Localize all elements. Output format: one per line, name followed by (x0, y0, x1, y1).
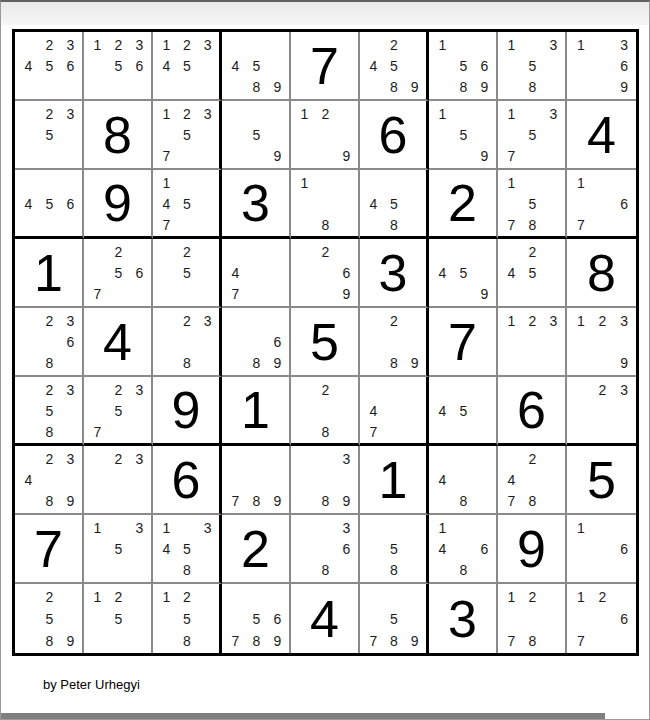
candidate-grid: 789 (222, 446, 289, 513)
candidate-slot (108, 284, 129, 305)
cell-r8c8[interactable]: 9 (498, 515, 567, 584)
cell-r8c3[interactable]: 13458 (153, 515, 222, 584)
cell-r9c4[interactable]: 56789 (222, 584, 291, 653)
cell-r3c4[interactable]: 3 (222, 170, 291, 239)
candidate-digit: 6 (474, 55, 495, 76)
candidate-slot (432, 560, 453, 581)
cell-r3c6[interactable]: 458 (360, 170, 429, 239)
cell-r9c1[interactable]: 2589 (15, 584, 84, 653)
cell-r7c2[interactable]: 23 (84, 446, 153, 515)
candidate-digit: 6 (336, 262, 357, 283)
cell-r2c9[interactable]: 4 (567, 101, 636, 170)
candidate-slot (18, 172, 39, 193)
candidate-slot (543, 172, 564, 193)
candidate-digit: 8 (453, 560, 474, 581)
candidate-digit: 3 (60, 379, 81, 400)
candidate-slot (177, 172, 198, 193)
candidate-slot (592, 172, 614, 193)
cell-r5c8[interactable]: 123 (498, 308, 567, 377)
candidate-slot (404, 214, 425, 235)
cell-r5c1[interactable]: 2368 (15, 308, 84, 377)
candidate-digit: 8 (522, 77, 543, 98)
cell-r2c4[interactable]: 59 (222, 101, 291, 170)
candidate-slot (129, 586, 150, 608)
candidate-digit: 8 (384, 214, 405, 235)
puzzle-page: 2345612356123454589724589156891358136923… (0, 0, 650, 720)
candidate-digit: 8 (246, 630, 267, 652)
candidate-slot (522, 103, 543, 124)
candidate-slot (336, 214, 357, 235)
candidate-slot (197, 560, 218, 581)
candidate-slot (543, 124, 564, 145)
cell-r8c6[interactable]: 58 (360, 515, 429, 584)
candidate-digit: 1 (87, 586, 108, 608)
candidate-slot (294, 400, 315, 421)
cell-r4c2[interactable]: 2567 (84, 239, 153, 308)
cell-r1c9[interactable]: 1369 (567, 32, 636, 101)
sudoku-board: 2345612356123454589724589156891358136923… (12, 29, 639, 656)
cell-r5c4[interactable]: 689 (222, 308, 291, 377)
cell-r8c5[interactable]: 368 (291, 515, 360, 584)
candidate-slot (592, 34, 614, 55)
candidate-slot (592, 400, 614, 421)
cell-r4c3[interactable]: 25 (153, 239, 222, 308)
candidate-grid: 16 (567, 515, 636, 582)
candidate-digit: 1 (156, 586, 177, 608)
candidate-digit: 6 (129, 55, 150, 76)
candidate-digit: 9 (404, 353, 425, 374)
candidate-slot (384, 331, 405, 352)
candidate-digit: 1 (87, 34, 108, 55)
candidate-slot (592, 608, 614, 630)
candidate-slot (294, 214, 315, 235)
cell-r6c4[interactable]: 1 (222, 377, 291, 446)
candidate-slot (570, 400, 592, 421)
candidate-slot (18, 103, 39, 124)
cell-r3c5[interactable]: 18 (291, 170, 360, 239)
candidate-slot (177, 284, 198, 305)
candidate-digit: 5 (384, 55, 405, 76)
cell-r2c2[interactable]: 8 (84, 101, 153, 170)
candidate-slot (570, 353, 592, 374)
candidate-slot (60, 146, 81, 167)
cell-r9c2[interactable]: 125 (84, 584, 153, 653)
cell-r1c2[interactable]: 12356 (84, 32, 153, 101)
cell-r5c9[interactable]: 1239 (567, 308, 636, 377)
candidate-slot (453, 284, 474, 305)
candidate-digit: 5 (39, 608, 60, 630)
candidate-slot (543, 448, 564, 469)
candidate-slot (246, 146, 267, 167)
cell-r7c3[interactable]: 6 (153, 446, 222, 515)
bottom-bar (1, 713, 605, 719)
candidate-slot (543, 331, 564, 352)
candidate-digit: 5 (39, 400, 60, 421)
candidate-grid: 23 (567, 377, 636, 443)
cell-r6c2[interactable]: 2357 (84, 377, 153, 446)
candidate-slot (156, 241, 177, 262)
candidate-slot (225, 103, 246, 124)
cell-r3c1[interactable]: 456 (15, 170, 84, 239)
candidate-slot (315, 400, 336, 421)
candidate-slot (384, 421, 405, 442)
candidate-digit: 8 (177, 353, 198, 374)
candidate-digit: 8 (246, 353, 267, 374)
candidate-slot (225, 77, 246, 98)
candidate-digit: 3 (197, 310, 218, 331)
candidate-slot (197, 262, 218, 283)
candidate-slot (18, 586, 39, 608)
candidate-slot (432, 284, 453, 305)
candidate-slot (543, 284, 564, 305)
candidate-slot (336, 379, 357, 400)
candidate-slot (87, 262, 108, 283)
candidate-digit: 2 (39, 34, 60, 55)
candidate-slot (336, 172, 357, 193)
candidate-slot (432, 55, 453, 76)
cell-r4c7[interactable]: 459 (429, 239, 498, 308)
cell-r8c7[interactable]: 1468 (429, 515, 498, 584)
candidate-digit: 6 (613, 538, 635, 559)
candidate-grid: 2357 (84, 377, 151, 443)
candidate-slot (315, 517, 336, 538)
candidate-slot (543, 77, 564, 98)
candidate-slot (18, 124, 39, 145)
candidate-slot (592, 421, 614, 442)
cell-value: 9 (153, 377, 219, 443)
candidate-slot (294, 491, 315, 512)
candidate-grid: 56789 (222, 584, 289, 653)
candidate-slot (592, 193, 614, 214)
candidate-digit: 4 (225, 262, 246, 283)
candidate-slot (363, 214, 384, 235)
candidate-digit: 1 (156, 517, 177, 538)
candidate-digit: 3 (613, 310, 635, 331)
cell-r7c4[interactable]: 789 (222, 446, 291, 515)
cell-r9c8[interactable]: 1278 (498, 584, 567, 653)
candidate-grid: 18 (291, 170, 358, 236)
candidate-slot (197, 193, 218, 214)
candidate-slot (108, 421, 129, 442)
candidate-digit: 8 (39, 491, 60, 512)
candidate-slot (267, 241, 288, 262)
cell-r9c6[interactable]: 5789 (360, 584, 429, 653)
candidate-slot (225, 146, 246, 167)
candidate-digit: 9 (336, 146, 357, 167)
candidate-grid: 238 (153, 308, 219, 375)
candidate-slot (129, 77, 150, 98)
cell-r2c3[interactable]: 12357 (153, 101, 222, 170)
candidate-digit: 2 (39, 310, 60, 331)
candidate-slot (613, 214, 635, 235)
cell-r1c8[interactable]: 1358 (498, 32, 567, 101)
candidate-slot (60, 214, 81, 235)
candidate-slot (592, 353, 614, 374)
candidate-grid: 1258 (153, 584, 219, 653)
candidate-digit: 7 (501, 214, 522, 235)
candidate-digit: 2 (592, 586, 614, 608)
cell-value: 4 (84, 308, 151, 375)
candidate-slot (570, 608, 592, 630)
cell-r2c8[interactable]: 1357 (498, 101, 567, 170)
candidate-slot (363, 331, 384, 352)
cell-r1c4[interactable]: 4589 (222, 32, 291, 101)
cell-r4c9[interactable]: 8 (567, 239, 636, 308)
cell-r3c3[interactable]: 1457 (153, 170, 222, 239)
candidate-slot (197, 124, 218, 145)
cell-r3c7[interactable]: 2 (429, 170, 498, 239)
cell-r3c8[interactable]: 1578 (498, 170, 567, 239)
candidate-slot (315, 193, 336, 214)
candidate-digit: 1 (570, 172, 592, 193)
candidate-slot (197, 241, 218, 262)
candidate-slot (404, 421, 425, 442)
candidate-slot (543, 55, 564, 76)
candidate-slot (453, 103, 474, 124)
candidate-digit: 8 (522, 214, 543, 235)
candidate-digit: 2 (315, 241, 336, 262)
cell-r1c7[interactable]: 15689 (429, 32, 498, 101)
candidate-digit: 2 (108, 34, 129, 55)
candidate-slot (432, 379, 453, 400)
candidate-slot (225, 124, 246, 145)
candidate-grid: 23456 (15, 32, 82, 99)
candidate-digit: 4 (18, 469, 39, 490)
candidate-digit: 9 (336, 491, 357, 512)
candidate-slot (156, 560, 177, 581)
candidate-digit: 8 (39, 421, 60, 442)
candidate-slot (404, 331, 425, 352)
candidate-digit: 2 (177, 310, 198, 331)
cell-r6c3[interactable]: 9 (153, 377, 222, 446)
candidate-digit: 5 (177, 262, 198, 283)
cell-r4c4[interactable]: 47 (222, 239, 291, 308)
candidate-slot (18, 379, 39, 400)
cell-r7c8[interactable]: 2478 (498, 446, 567, 515)
cell-value: 5 (291, 308, 358, 375)
candidate-grid: 389 (291, 446, 358, 513)
candidate-slot (129, 469, 150, 490)
candidate-slot (363, 379, 384, 400)
cell-r5c7[interactable]: 7 (429, 308, 498, 377)
candidate-grid: 125 (84, 584, 151, 653)
cell-r5c3[interactable]: 238 (153, 308, 222, 377)
candidate-slot (246, 310, 267, 331)
candidate-slot (246, 284, 267, 305)
candidate-slot (613, 421, 635, 442)
candidate-grid: 23489 (15, 446, 82, 513)
candidate-digit: 3 (613, 34, 635, 55)
candidate-digit: 2 (108, 379, 129, 400)
candidate-slot (197, 55, 218, 76)
top-bar (1, 2, 649, 25)
candidate-slot (108, 469, 129, 490)
cell-r2c5[interactable]: 129 (291, 101, 360, 170)
candidate-slot (177, 331, 198, 352)
candidate-digit: 9 (474, 146, 495, 167)
candidate-digit: 5 (108, 262, 129, 283)
candidate-slot (336, 193, 357, 214)
cell-value: 5 (567, 446, 636, 513)
candidate-slot (570, 560, 592, 581)
cell-r6c8[interactable]: 6 (498, 377, 567, 446)
candidate-slot (432, 124, 453, 145)
cell-r1c1[interactable]: 23456 (15, 32, 84, 101)
cell-r4c1[interactable]: 1 (15, 239, 84, 308)
candidate-slot (267, 284, 288, 305)
candidate-slot (294, 421, 315, 442)
cell-r6c9[interactable]: 23 (567, 377, 636, 446)
candidate-digit: 9 (613, 353, 635, 374)
cell-r2c1[interactable]: 235 (15, 101, 84, 170)
cell-r4c6[interactable]: 3 (360, 239, 429, 308)
candidate-slot (501, 608, 522, 630)
candidate-digit: 1 (294, 103, 315, 124)
candidate-slot (156, 284, 177, 305)
candidate-digit: 2 (177, 586, 198, 608)
cell-r1c5[interactable]: 7 (291, 32, 360, 101)
cell-r5c5[interactable]: 5 (291, 308, 360, 377)
candidate-slot (156, 310, 177, 331)
cell-r3c2[interactable]: 9 (84, 170, 153, 239)
candidate-grid: 2368 (15, 308, 82, 375)
candidate-digit: 1 (501, 172, 522, 193)
candidate-slot (60, 421, 81, 442)
cell-r7c6[interactable]: 1 (360, 446, 429, 515)
candidate-slot (294, 517, 315, 538)
candidate-slot (432, 448, 453, 469)
candidate-digit: 2 (39, 103, 60, 124)
candidate-digit: 4 (432, 262, 453, 283)
cell-r8c9[interactable]: 16 (567, 515, 636, 584)
candidate-slot (474, 262, 495, 283)
cell-r7c5[interactable]: 389 (291, 446, 360, 515)
candidate-digit: 5 (384, 608, 405, 630)
candidate-digit: 9 (336, 284, 357, 305)
cell-r6c7[interactable]: 45 (429, 377, 498, 446)
candidate-digit: 8 (384, 353, 405, 374)
candidate-digit: 4 (363, 193, 384, 214)
candidate-slot (543, 146, 564, 167)
candidate-slot (592, 538, 614, 559)
cell-r2c7[interactable]: 159 (429, 101, 498, 170)
candidate-slot (156, 353, 177, 374)
candidate-grid: 123 (498, 308, 565, 375)
candidate-slot (177, 77, 198, 98)
candidate-grid: 45 (429, 377, 496, 443)
candidate-slot (522, 284, 543, 305)
candidate-digit: 2 (522, 241, 543, 262)
candidate-digit: 3 (543, 310, 564, 331)
candidate-slot (197, 331, 218, 352)
candidate-digit: 8 (39, 353, 60, 374)
cell-r5c6[interactable]: 289 (360, 308, 429, 377)
cell-r3c9[interactable]: 167 (567, 170, 636, 239)
candidate-grid: 2567 (84, 239, 151, 306)
candidate-digit: 2 (177, 34, 198, 55)
cell-r7c7[interactable]: 48 (429, 446, 498, 515)
candidate-digit: 7 (570, 214, 592, 235)
candidate-slot (39, 331, 60, 352)
candidate-slot (39, 77, 60, 98)
candidate-slot (108, 77, 129, 98)
cell-r9c7[interactable]: 3 (429, 584, 498, 653)
candidate-slot (613, 331, 635, 352)
candidate-digit: 8 (177, 630, 198, 652)
candidate-slot (474, 491, 495, 512)
cell-r6c1[interactable]: 2358 (15, 377, 84, 446)
candidate-digit: 8 (522, 630, 543, 652)
candidate-digit: 4 (156, 193, 177, 214)
candidate-slot (177, 146, 198, 167)
cell-r4c8[interactable]: 245 (498, 239, 567, 308)
cell-r9c3[interactable]: 1258 (153, 584, 222, 653)
candidate-digit: 5 (384, 193, 405, 214)
candidate-grid: 12356 (84, 32, 151, 99)
cell-r5c2[interactable]: 4 (84, 308, 153, 377)
candidate-slot (39, 214, 60, 235)
candidate-digit: 6 (267, 608, 288, 630)
cell-value: 9 (84, 170, 151, 236)
cell-r8c4[interactable]: 2 (222, 515, 291, 584)
candidate-digit: 7 (156, 146, 177, 167)
candidate-digit: 9 (613, 77, 635, 98)
candidate-slot (156, 331, 177, 352)
candidate-grid: 47 (360, 377, 426, 443)
cell-r9c5[interactable]: 4 (291, 584, 360, 653)
candidate-slot (267, 448, 288, 469)
cell-r9c9[interactable]: 1267 (567, 584, 636, 653)
candidate-digit: 8 (246, 491, 267, 512)
candidate-digit: 7 (363, 421, 384, 442)
candidate-grid: 1239 (567, 308, 636, 375)
cell-r8c2[interactable]: 135 (84, 515, 153, 584)
cell-r6c6[interactable]: 47 (360, 377, 429, 446)
candidate-slot (18, 353, 39, 374)
candidate-slot (197, 538, 218, 559)
candidate-slot (522, 353, 543, 374)
candidate-slot (432, 241, 453, 262)
candidate-slot (225, 310, 246, 331)
candidate-digit: 1 (432, 103, 453, 124)
candidate-slot (18, 400, 39, 421)
cell-r4c5[interactable]: 269 (291, 239, 360, 308)
candidate-grid: 13458 (153, 515, 219, 582)
candidate-digit: 7 (156, 214, 177, 235)
candidate-slot (453, 146, 474, 167)
cell-r8c1[interactable]: 7 (15, 515, 84, 584)
candidate-slot (246, 448, 267, 469)
cell-r2c6[interactable]: 6 (360, 101, 429, 170)
candidate-slot (570, 193, 592, 214)
candidate-slot (18, 421, 39, 442)
candidate-digit: 2 (592, 379, 614, 400)
cell-r1c6[interactable]: 24589 (360, 32, 429, 101)
candidate-grid: 12345 (153, 32, 219, 99)
candidate-slot (18, 34, 39, 55)
candidate-digit: 8 (522, 491, 543, 512)
candidate-slot (336, 560, 357, 581)
candidate-slot (197, 214, 218, 235)
candidate-digit: 9 (404, 630, 425, 652)
cell-r7c9[interactable]: 5 (567, 446, 636, 515)
cell-r1c3[interactable]: 12345 (153, 32, 222, 101)
candidate-digit: 1 (570, 34, 592, 55)
cell-r6c5[interactable]: 28 (291, 377, 360, 446)
cell-r7c1[interactable]: 23489 (15, 446, 84, 515)
candidate-slot (363, 34, 384, 55)
candidate-slot (60, 586, 81, 608)
